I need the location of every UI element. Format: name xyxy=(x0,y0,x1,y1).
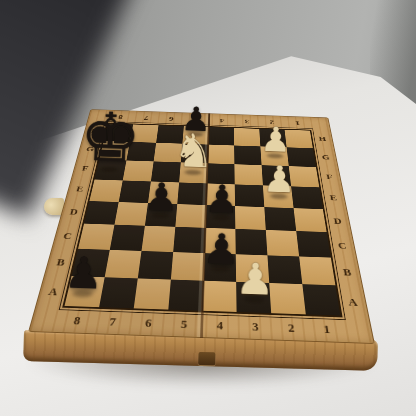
white-pawn-glyph: ♟ xyxy=(231,122,321,156)
rank-label-right-E: E xyxy=(329,193,338,203)
black-king-glyph: ♚ xyxy=(63,105,157,170)
rank-label-right-D: D xyxy=(333,216,343,227)
clasp-icon xyxy=(198,352,215,365)
file-label-bottom-4: 4 xyxy=(217,318,224,333)
square-c1 xyxy=(296,231,331,257)
file-label-bottom-1: 1 xyxy=(323,322,331,337)
photo-scene: HHGGFFEEDDCCBBAA8877665544332211♟♚♟♟♞♟♟♟… xyxy=(0,0,416,416)
rank-label-right-G: G xyxy=(321,153,330,162)
file-label-bottom-2: 2 xyxy=(287,320,295,335)
black-pawn-glyph: ♟ xyxy=(171,180,272,219)
white-pawn-glyph: ♟ xyxy=(198,257,312,301)
square-d1 xyxy=(294,208,327,232)
rank-label-right-C: C xyxy=(337,240,347,252)
chess-board: HHGGFFEEDDCCBBAA8877665544332211♟♚♟♟♞♟♟♟… xyxy=(28,109,375,344)
rank-label-right-A: A xyxy=(347,295,358,309)
rank-label-right-B: B xyxy=(342,266,352,279)
file-label-bottom-3: 3 xyxy=(252,319,259,334)
white-knight-glyph: ♞ xyxy=(147,128,241,174)
black-pawn-glyph: ♟ xyxy=(26,251,140,295)
